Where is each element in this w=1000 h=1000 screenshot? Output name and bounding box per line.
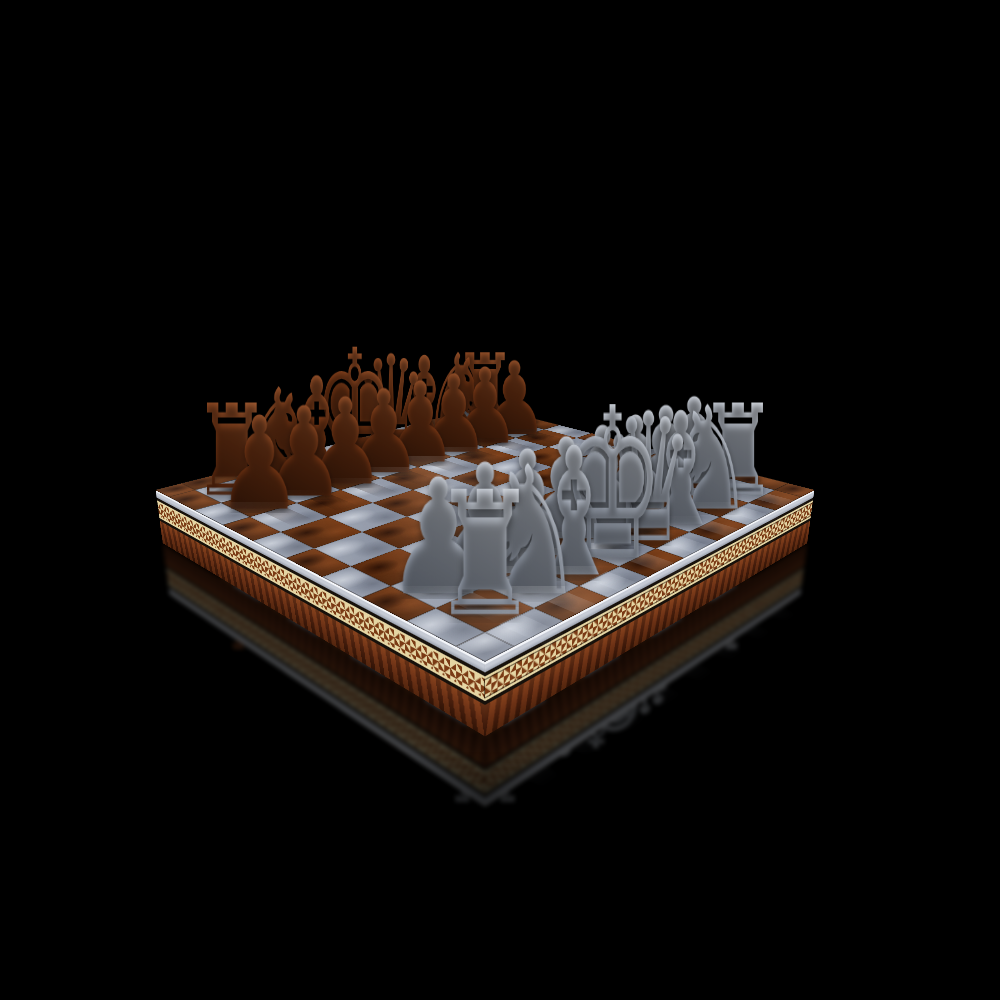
floor-fade — [0, 752, 1000, 1000]
chessboard: ♜♞♝♚♛♝♞♜♟♟♟♟♟♟♟♟♟♟♟♟♟♟♟♟♜♞♝♚♛♝♞♜ — [155, 406, 814, 662]
scene: ♜♞♝♚♛♝♞♜♟♟♟♟♟♟♟♟♟♟♟♟♟♟♟♟♜♞♝♚♛♝♞♜ ♜♞♝♚♛♝♞… — [0, 0, 1000, 1000]
